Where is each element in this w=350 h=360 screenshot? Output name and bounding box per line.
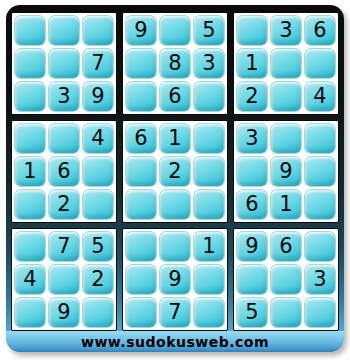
sudoku-cell-r3c9[interactable]: 4 — [305, 82, 335, 111]
sudoku-cell-r7c8[interactable]: 6 — [271, 232, 301, 261]
sudoku-cell-r9c7[interactable]: 5 — [237, 298, 267, 327]
sudoku-cell-r8c8[interactable] — [271, 265, 301, 294]
sudoku-box: 36124 — [233, 12, 339, 115]
sudoku-box: 4162 — [11, 120, 117, 223]
sudoku-cell-r6c9[interactable] — [305, 190, 335, 219]
sudoku-cell-r3c4[interactable] — [126, 82, 156, 111]
sudoku-box: 3961 — [233, 120, 339, 223]
sudoku-cell-r6c2[interactable]: 2 — [49, 190, 79, 219]
sudoku-cell-r9c1[interactable] — [15, 298, 45, 327]
sudoku-cell-r4c9[interactable] — [305, 124, 335, 153]
sudoku-cell-r2c3[interactable]: 7 — [83, 49, 113, 78]
sudoku-cell-r3c5[interactable]: 6 — [160, 82, 190, 111]
sudoku-grid: 739958363612441626123961754291979635 — [11, 12, 339, 331]
sudoku-cell-r1c7[interactable] — [237, 16, 267, 45]
sudoku-cell-r1c5[interactable] — [160, 16, 190, 45]
sudoku-cell-r2c4[interactable] — [126, 49, 156, 78]
footer-bar: www.sudokusweb.com — [6, 331, 344, 352]
sudoku-box: 197 — [122, 228, 228, 331]
sudoku-cell-r6c1[interactable] — [15, 190, 45, 219]
sudoku-cell-r3c6[interactable] — [194, 82, 224, 111]
sudoku-cell-r3c1[interactable] — [15, 82, 45, 111]
sudoku-cell-r4c8[interactable] — [271, 124, 301, 153]
sudoku-cell-r5c8[interactable]: 9 — [271, 157, 301, 186]
sudoku-cell-r8c5[interactable]: 9 — [160, 265, 190, 294]
sudoku-cell-r4c2[interactable] — [49, 124, 79, 153]
sudoku-cell-r8c1[interactable]: 4 — [15, 265, 45, 294]
sudoku-cell-r2c9[interactable] — [305, 49, 335, 78]
sudoku-cell-r4c1[interactable] — [15, 124, 45, 153]
sudoku-cell-r5c5[interactable]: 2 — [160, 157, 190, 186]
sudoku-cell-r4c5[interactable]: 1 — [160, 124, 190, 153]
sudoku-cell-r8c6[interactable] — [194, 265, 224, 294]
sudoku-cell-r5c9[interactable] — [305, 157, 335, 186]
sudoku-cell-r5c6[interactable] — [194, 157, 224, 186]
sudoku-cell-r8c7[interactable] — [237, 265, 267, 294]
sudoku-cell-r1c2[interactable] — [49, 16, 79, 45]
sudoku-cell-r3c2[interactable]: 3 — [49, 82, 79, 111]
sudoku-cell-r5c7[interactable] — [237, 157, 267, 186]
sudoku-cell-r8c3[interactable]: 2 — [83, 265, 113, 294]
sudoku-cell-r2c6[interactable]: 3 — [194, 49, 224, 78]
sudoku-cell-r2c5[interactable]: 8 — [160, 49, 190, 78]
sudoku-cell-r7c5[interactable] — [160, 232, 190, 261]
sudoku-cell-r9c8[interactable] — [271, 298, 301, 327]
sudoku-cell-r7c4[interactable] — [126, 232, 156, 261]
sudoku-cell-r8c9[interactable]: 3 — [305, 265, 335, 294]
sudoku-cell-r1c4[interactable]: 9 — [126, 16, 156, 45]
sudoku-cell-r6c3[interactable] — [83, 190, 113, 219]
sudoku-cell-r5c3[interactable] — [83, 157, 113, 186]
sudoku-cell-r9c3[interactable] — [83, 298, 113, 327]
sudoku-box: 612 — [122, 120, 228, 223]
sudoku-cell-r9c5[interactable]: 7 — [160, 298, 190, 327]
sudoku-cell-r5c4[interactable] — [126, 157, 156, 186]
sudoku-cell-r6c8[interactable]: 1 — [271, 190, 301, 219]
sudoku-cell-r9c6[interactable] — [194, 298, 224, 327]
sudoku-cell-r3c3[interactable]: 9 — [83, 82, 113, 111]
sudoku-cell-r8c4[interactable] — [126, 265, 156, 294]
sudoku-cell-r2c7[interactable]: 1 — [237, 49, 267, 78]
sudoku-cell-r9c4[interactable] — [126, 298, 156, 327]
sudoku-cell-r4c4[interactable]: 6 — [126, 124, 156, 153]
sudoku-cell-r7c6[interactable]: 1 — [194, 232, 224, 261]
sudoku-cell-r3c7[interactable]: 2 — [237, 82, 267, 111]
sudoku-box: 95836 — [122, 12, 228, 115]
page: 739958363612441626123961754291979635 www… — [0, 0, 350, 360]
sudoku-cell-r9c2[interactable]: 9 — [49, 298, 79, 327]
sudoku-cell-r1c1[interactable] — [15, 16, 45, 45]
sudoku-cell-r1c8[interactable]: 3 — [271, 16, 301, 45]
sudoku-cell-r3c8[interactable] — [271, 82, 301, 111]
sudoku-box: 9635 — [233, 228, 339, 331]
sudoku-cell-r5c2[interactable]: 6 — [49, 157, 79, 186]
sudoku-cell-r7c7[interactable]: 9 — [237, 232, 267, 261]
sudoku-cell-r2c2[interactable] — [49, 49, 79, 78]
sudoku-cell-r6c7[interactable]: 6 — [237, 190, 267, 219]
sudoku-cell-r4c3[interactable]: 4 — [83, 124, 113, 153]
sudoku-cell-r6c4[interactable] — [126, 190, 156, 219]
sudoku-board: 739958363612441626123961754291979635 www… — [6, 5, 344, 352]
site-link[interactable]: www.sudokusweb.com — [81, 334, 269, 350]
sudoku-cell-r8c2[interactable] — [49, 265, 79, 294]
sudoku-cell-r1c9[interactable]: 6 — [305, 16, 335, 45]
sudoku-cell-r4c7[interactable]: 3 — [237, 124, 267, 153]
sudoku-cell-r6c6[interactable] — [194, 190, 224, 219]
sudoku-cell-r1c6[interactable]: 5 — [194, 16, 224, 45]
sudoku-box: 739 — [11, 12, 117, 115]
sudoku-cell-r7c1[interactable] — [15, 232, 45, 261]
sudoku-cell-r7c2[interactable]: 7 — [49, 232, 79, 261]
sudoku-cell-r2c8[interactable] — [271, 49, 301, 78]
sudoku-cell-r4c6[interactable] — [194, 124, 224, 153]
sudoku-box: 75429 — [11, 228, 117, 331]
sudoku-cell-r2c1[interactable] — [15, 49, 45, 78]
sudoku-cell-r7c3[interactable]: 5 — [83, 232, 113, 261]
sudoku-cell-r6c5[interactable] — [160, 190, 190, 219]
sudoku-cell-r9c9[interactable] — [305, 298, 335, 327]
sudoku-cell-r7c9[interactable] — [305, 232, 335, 261]
sudoku-cell-r1c3[interactable] — [83, 16, 113, 45]
sudoku-cell-r5c1[interactable]: 1 — [15, 157, 45, 186]
